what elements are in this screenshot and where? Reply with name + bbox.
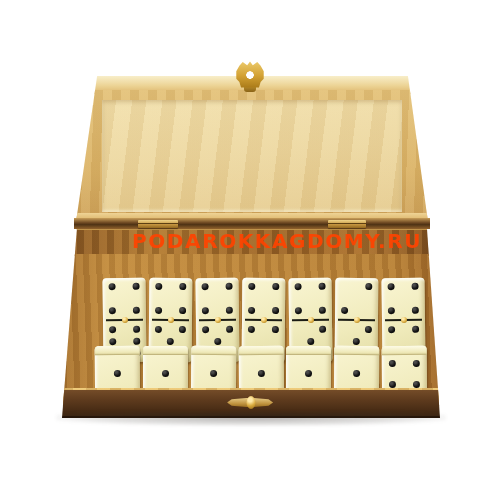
hinge-left-icon [138, 220, 178, 228]
pip [353, 338, 360, 345]
brass-spinner-icon [400, 317, 406, 323]
pip [214, 338, 221, 345]
pip [389, 360, 396, 367]
pip [109, 283, 116, 290]
pip [109, 326, 116, 333]
tile-top-bevel [191, 346, 236, 355]
tile-half-1 [143, 355, 188, 393]
tile-top-bevel [382, 346, 427, 355]
pip [319, 306, 326, 313]
pip [156, 326, 163, 333]
pip [202, 307, 209, 314]
pip [179, 307, 186, 314]
watermark-text: PODAROKKAGDOMY.RU [132, 229, 422, 253]
pip [249, 307, 256, 314]
tile-divider [245, 319, 282, 321]
pip [202, 326, 209, 333]
lid-inner-panel [102, 100, 402, 212]
pip [365, 326, 372, 333]
pip [167, 338, 174, 345]
tile-half-1 [95, 355, 140, 393]
tile-top-bevel [286, 346, 331, 355]
tile-top-bevel [335, 346, 380, 355]
pip [156, 307, 163, 314]
pip [411, 283, 418, 290]
pip [273, 283, 280, 290]
tile-divider [152, 319, 189, 321]
pip [226, 306, 233, 313]
hinge-right-icon [328, 220, 366, 228]
pip [389, 381, 396, 388]
tile-top-bevel [238, 346, 283, 355]
pip [365, 283, 372, 290]
lid-clasp-hook-icon [236, 61, 264, 88]
pip [249, 283, 256, 290]
pip [305, 370, 312, 377]
pip [225, 283, 232, 290]
tile-half-4 [381, 278, 425, 320]
tile-half-1 [191, 355, 236, 393]
pip [295, 307, 302, 314]
tile-half-1 [286, 355, 331, 393]
domino-tray [62, 254, 440, 404]
tile-half-4 [149, 278, 193, 319]
tile-half-4 [102, 278, 146, 320]
pip [272, 307, 279, 314]
product-photo-domino-box: PODAROKKAGDOMY.RU [0, 0, 500, 500]
pip [226, 326, 233, 333]
pip [156, 283, 163, 290]
pip [342, 307, 349, 314]
tile-half-4 [382, 355, 427, 393]
pip [202, 283, 209, 290]
pip [133, 283, 140, 290]
pip [133, 306, 140, 313]
pip [319, 326, 326, 333]
pip [388, 283, 395, 290]
pip [295, 283, 302, 290]
tile-half-4 [242, 278, 286, 319]
brass-spinner-icon [122, 317, 128, 323]
box-drop-shadow [56, 412, 446, 426]
pip [133, 338, 140, 345]
pip [110, 338, 117, 345]
pip [109, 307, 116, 314]
tile-half-1 [334, 355, 379, 393]
pip [179, 326, 186, 333]
latch-knob-icon [247, 396, 256, 409]
pip [257, 370, 264, 377]
hinge-seam [74, 218, 430, 229]
box-base [62, 226, 440, 418]
pip [353, 370, 360, 377]
pip [249, 326, 256, 333]
pip [412, 326, 419, 333]
tile-top-bevel [95, 346, 140, 355]
pip [388, 307, 395, 314]
pip [162, 370, 169, 377]
tile-half-2 [335, 278, 379, 319]
brass-spinner-icon [307, 317, 313, 323]
tile-half-4 [288, 278, 332, 320]
tile-divider [338, 319, 375, 321]
pip [388, 326, 395, 333]
pip [318, 283, 325, 290]
tile-half-1 [238, 355, 283, 393]
pip [307, 338, 314, 345]
pip [133, 326, 140, 333]
pip [180, 283, 187, 290]
brass-spinner-icon [215, 317, 221, 323]
pip [272, 326, 279, 333]
pip [413, 360, 420, 367]
tile-top-bevel [143, 346, 188, 355]
pip [210, 370, 217, 377]
pip [114, 370, 121, 377]
box-lid-open [76, 76, 428, 222]
pip [413, 381, 420, 388]
pip [411, 306, 418, 313]
tile-half-4 [195, 278, 239, 320]
